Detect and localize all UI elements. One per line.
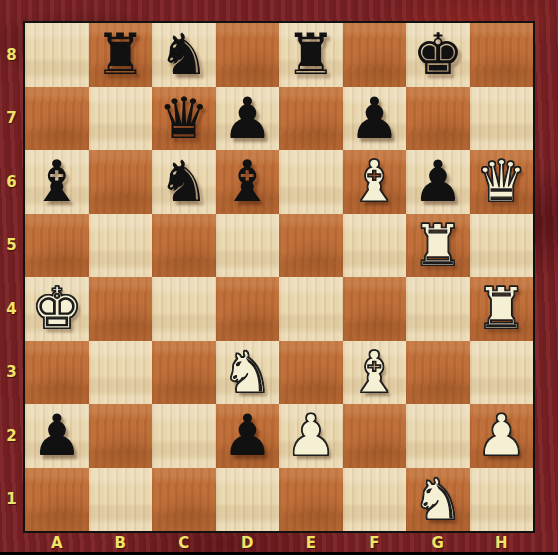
square-h5[interactable]	[470, 214, 534, 278]
square-f4[interactable]	[343, 277, 407, 341]
square-b1[interactable]	[89, 468, 153, 532]
file-label-g: G	[406, 533, 470, 552]
piece-white-rook[interactable]: ♜	[470, 277, 534, 341]
square-e4[interactable]	[279, 277, 343, 341]
square-g3[interactable]	[406, 341, 470, 405]
square-f6[interactable]: ♝	[343, 150, 407, 214]
piece-black-bishop[interactable]: ♝	[25, 150, 89, 214]
square-d8[interactable]	[216, 23, 280, 87]
rank-label-3: 3	[0, 341, 23, 405]
piece-black-pawn[interactable]: ♟	[406, 150, 470, 214]
square-h6[interactable]: ♛	[470, 150, 534, 214]
square-e8[interactable]: ♜	[279, 23, 343, 87]
square-b6[interactable]	[89, 150, 153, 214]
file-label-h: H	[470, 533, 534, 552]
square-c6[interactable]: ♞	[152, 150, 216, 214]
square-b5[interactable]	[89, 214, 153, 278]
piece-white-rook[interactable]: ♜	[406, 214, 470, 278]
piece-black-rook[interactable]: ♜	[89, 23, 153, 87]
rank-label-6: 6	[0, 150, 23, 214]
file-label-f: F	[343, 533, 407, 552]
square-e2[interactable]: ♟	[279, 404, 343, 468]
square-g2[interactable]	[406, 404, 470, 468]
square-h7[interactable]	[470, 87, 534, 151]
square-a5[interactable]	[25, 214, 89, 278]
piece-black-pawn[interactable]: ♟	[25, 404, 89, 468]
square-h3[interactable]	[470, 341, 534, 405]
piece-black-bishop[interactable]: ♝	[216, 150, 280, 214]
square-e7[interactable]	[279, 87, 343, 151]
square-d5[interactable]	[216, 214, 280, 278]
piece-black-king[interactable]: ♚	[406, 23, 470, 87]
file-label-c: C	[152, 533, 216, 552]
piece-white-knight[interactable]: ♞	[406, 468, 470, 532]
piece-white-pawn[interactable]: ♟	[279, 404, 343, 468]
square-c7[interactable]: ♛	[152, 87, 216, 151]
square-g8[interactable]: ♚	[406, 23, 470, 87]
square-e6[interactable]	[279, 150, 343, 214]
square-f3[interactable]: ♝	[343, 341, 407, 405]
square-c5[interactable]	[152, 214, 216, 278]
square-a7[interactable]	[25, 87, 89, 151]
square-g6[interactable]: ♟	[406, 150, 470, 214]
square-b7[interactable]	[89, 87, 153, 151]
square-c1[interactable]	[152, 468, 216, 532]
square-a2[interactable]: ♟	[25, 404, 89, 468]
square-g1[interactable]: ♞	[406, 468, 470, 532]
piece-white-knight[interactable]: ♞	[216, 341, 280, 405]
piece-white-king[interactable]: ♚	[25, 277, 89, 341]
rank-label-4: 4	[0, 277, 23, 341]
chess-board: ♜♞♜♚♛♟♟♝♞♝♝♟♛♜♚♜♞♝♟♟♟♟♞	[23, 21, 535, 533]
square-b3[interactable]	[89, 341, 153, 405]
piece-black-pawn[interactable]: ♟	[216, 87, 280, 151]
square-c3[interactable]	[152, 341, 216, 405]
rank-labels: 87654321	[0, 23, 23, 531]
square-a8[interactable]	[25, 23, 89, 87]
square-h4[interactable]: ♜	[470, 277, 534, 341]
square-f2[interactable]	[343, 404, 407, 468]
square-h1[interactable]	[470, 468, 534, 532]
file-label-b: B	[89, 533, 153, 552]
square-c2[interactable]	[152, 404, 216, 468]
square-d6[interactable]: ♝	[216, 150, 280, 214]
square-e1[interactable]	[279, 468, 343, 532]
piece-white-bishop[interactable]: ♝	[343, 341, 407, 405]
square-c8[interactable]: ♞	[152, 23, 216, 87]
square-h8[interactable]	[470, 23, 534, 87]
square-d2[interactable]: ♟	[216, 404, 280, 468]
board-frame: 87654321 ♜♞♜♚♛♟♟♝♞♝♝♟♛♜♚♜♞♝♟♟♟♟♞ ABCDEFG…	[0, 0, 558, 555]
square-f8[interactable]	[343, 23, 407, 87]
square-a3[interactable]	[25, 341, 89, 405]
square-a6[interactable]: ♝	[25, 150, 89, 214]
rank-label-2: 2	[0, 404, 23, 468]
piece-black-pawn[interactable]: ♟	[216, 404, 280, 468]
square-e3[interactable]	[279, 341, 343, 405]
square-g4[interactable]	[406, 277, 470, 341]
piece-black-queen[interactable]: ♛	[152, 87, 216, 151]
rank-label-8: 8	[0, 23, 23, 87]
file-label-d: D	[216, 533, 280, 552]
square-f7[interactable]: ♟	[343, 87, 407, 151]
file-label-e: E	[279, 533, 343, 552]
piece-black-knight[interactable]: ♞	[152, 150, 216, 214]
square-a1[interactable]	[25, 468, 89, 532]
square-d7[interactable]: ♟	[216, 87, 280, 151]
square-h2[interactable]: ♟	[470, 404, 534, 468]
square-c4[interactable]	[152, 277, 216, 341]
square-d3[interactable]: ♞	[216, 341, 280, 405]
piece-black-rook[interactable]: ♜	[279, 23, 343, 87]
rank-label-7: 7	[0, 87, 23, 151]
piece-white-bishop[interactable]: ♝	[343, 150, 407, 214]
piece-black-knight[interactable]: ♞	[152, 23, 216, 87]
piece-white-pawn[interactable]: ♟	[470, 404, 534, 468]
file-labels: ABCDEFGH	[25, 533, 533, 552]
rank-label-5: 5	[0, 214, 23, 278]
square-a4[interactable]: ♚	[25, 277, 89, 341]
square-d4[interactable]	[216, 277, 280, 341]
square-b4[interactable]	[89, 277, 153, 341]
square-g5[interactable]: ♜	[406, 214, 470, 278]
file-label-a: A	[25, 533, 89, 552]
square-g7[interactable]	[406, 87, 470, 151]
square-b8[interactable]: ♜	[89, 23, 153, 87]
piece-black-pawn[interactable]: ♟	[343, 87, 407, 151]
piece-white-queen[interactable]: ♛	[470, 150, 534, 214]
square-b2[interactable]	[89, 404, 153, 468]
square-f1[interactable]	[343, 468, 407, 532]
square-d1[interactable]	[216, 468, 280, 532]
square-e5[interactable]	[279, 214, 343, 278]
rank-label-1: 1	[0, 468, 23, 532]
square-f5[interactable]	[343, 214, 407, 278]
